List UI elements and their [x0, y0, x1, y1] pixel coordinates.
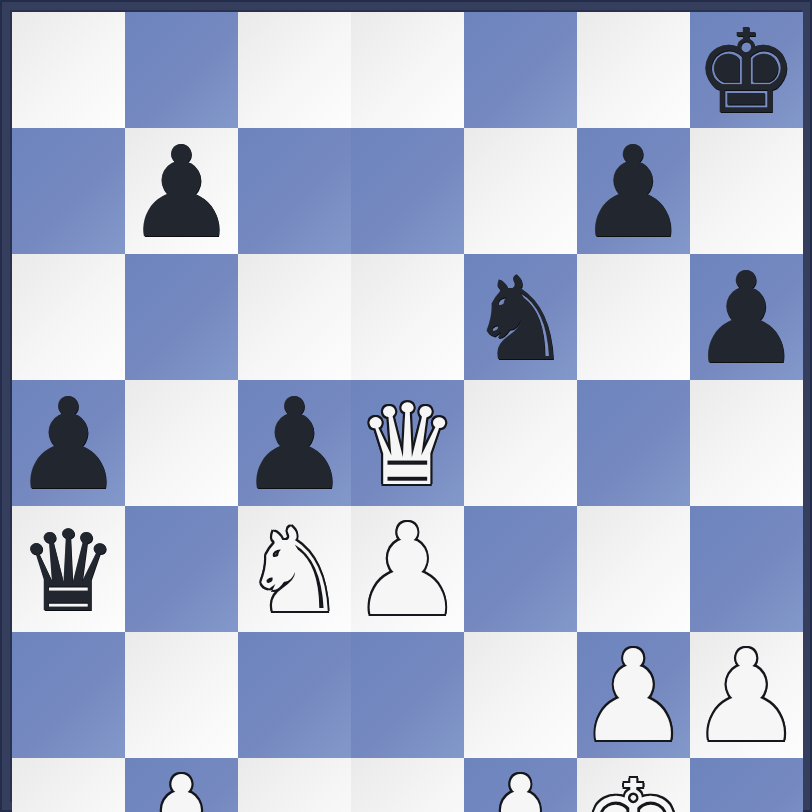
black-pawn[interactable]: ♟ [690, 256, 803, 382]
black-pawn[interactable]: ♟ [238, 382, 351, 508]
square-a6[interactable] [12, 254, 125, 380]
square-c4[interactable]: ♞ [238, 506, 351, 632]
square-b2[interactable]: ♟ [125, 758, 238, 812]
square-b5[interactable] [125, 380, 238, 506]
square-h3[interactable]: ♟ [690, 632, 803, 758]
square-h5[interactable] [690, 380, 803, 506]
square-h6[interactable]: ♟ [690, 254, 803, 380]
square-b7[interactable]: ♟ [125, 128, 238, 254]
square-b8[interactable] [125, 12, 238, 128]
square-b6[interactable] [125, 254, 238, 380]
white-pawn[interactable]: ♟ [690, 634, 803, 760]
square-g8[interactable] [577, 12, 690, 128]
white-queen[interactable]: ♛ [357, 389, 457, 501]
square-c5[interactable]: ♟ [238, 380, 351, 506]
square-f8[interactable] [464, 12, 577, 128]
square-e8[interactable] [351, 12, 464, 128]
white-king[interactable]: ♚ [581, 765, 685, 812]
black-pawn[interactable]: ♟ [125, 130, 238, 256]
white-pawn[interactable]: ♟ [464, 760, 577, 812]
square-f7[interactable] [464, 128, 577, 254]
square-f4[interactable] [464, 506, 577, 632]
square-h7[interactable] [690, 128, 803, 254]
square-a3[interactable] [12, 632, 125, 758]
square-e2[interactable] [351, 758, 464, 812]
black-pawn[interactable]: ♟ [577, 130, 690, 256]
square-f6[interactable]: ♞ [464, 254, 577, 380]
white-knight[interactable]: ♞ [242, 513, 346, 629]
square-a7[interactable] [12, 128, 125, 254]
square-c7[interactable] [238, 128, 351, 254]
square-f2[interactable]: ♟ [464, 758, 577, 812]
square-f3[interactable] [464, 632, 577, 758]
square-g2[interactable]: ♚ [577, 758, 690, 812]
square-b4[interactable] [125, 506, 238, 632]
square-e3[interactable] [351, 632, 464, 758]
square-a8[interactable] [12, 12, 125, 128]
square-g6[interactable] [577, 254, 690, 380]
square-g7[interactable]: ♟ [577, 128, 690, 254]
square-c6[interactable] [238, 254, 351, 380]
square-e6[interactable] [351, 254, 464, 380]
black-king[interactable]: ♚ [694, 14, 798, 130]
white-pawn[interactable]: ♟ [351, 508, 464, 634]
white-pawn[interactable]: ♟ [577, 634, 690, 760]
square-h4[interactable] [690, 506, 803, 632]
square-c8[interactable] [238, 12, 351, 128]
square-a4[interactable]: ♛ [12, 506, 125, 632]
square-b3[interactable] [125, 632, 238, 758]
square-e7[interactable] [351, 128, 464, 254]
square-c2[interactable] [238, 758, 351, 812]
square-e4[interactable]: ♟ [351, 506, 464, 632]
square-h2[interactable] [690, 758, 803, 812]
square-a2[interactable] [12, 758, 125, 812]
square-g5[interactable] [577, 380, 690, 506]
square-e5[interactable]: ♛ [351, 380, 464, 506]
square-f5[interactable] [464, 380, 577, 506]
square-a5[interactable]: ♟ [12, 380, 125, 506]
chess-board: ♚♟♟♞♟♟♟♛♛♞♟♟♟♟♟♚ [12, 12, 800, 800]
square-g4[interactable] [577, 506, 690, 632]
chess-board-frame: ♚♟♟♞♟♟♟♛♛♞♟♟♟♟♟♚ [0, 0, 812, 812]
square-g3[interactable]: ♟ [577, 632, 690, 758]
square-c3[interactable] [238, 632, 351, 758]
black-pawn[interactable]: ♟ [12, 382, 125, 508]
square-h8[interactable]: ♚ [690, 12, 803, 128]
white-pawn[interactable]: ♟ [125, 760, 238, 812]
black-knight[interactable]: ♞ [468, 261, 572, 377]
black-queen[interactable]: ♛ [18, 515, 118, 627]
